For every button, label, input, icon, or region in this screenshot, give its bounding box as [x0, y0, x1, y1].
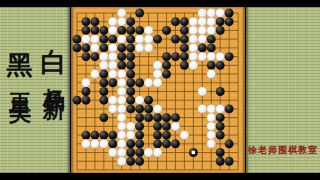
stone-black: [171, 17, 180, 26]
stone-white: [207, 104, 216, 113]
stone-white: [207, 113, 216, 122]
stone-white: [117, 113, 126, 122]
stone-white: [189, 52, 198, 61]
stone-white: [198, 35, 207, 44]
stone-black: [207, 43, 216, 52]
stone-black: [216, 157, 225, 166]
stone-white: [198, 104, 207, 113]
stone-white: [144, 78, 153, 87]
stone-white: [117, 17, 126, 26]
player-info-panel: 黑 白 王星昊 杨鼎新: [0, 7, 70, 173]
stone-black: [82, 131, 91, 140]
stone-black: [135, 139, 144, 148]
stone-white: [135, 96, 144, 105]
stone-black: [171, 113, 180, 122]
stone-black: [73, 43, 82, 52]
stone-white: [207, 122, 216, 131]
stone-black: [108, 35, 117, 44]
stone-white: [117, 96, 126, 105]
stone-black: [126, 70, 135, 79]
stone-white: [117, 78, 126, 87]
stone-white: [198, 26, 207, 35]
stone-black: [90, 17, 99, 26]
stone-white: [108, 61, 117, 70]
stone-white: [90, 35, 99, 44]
stone-black: [82, 52, 91, 61]
stone-white: [99, 52, 108, 61]
stone-black: [162, 122, 171, 131]
stone-black: [225, 9, 234, 18]
stone-white: [216, 9, 225, 18]
stone-white: [82, 78, 91, 87]
stone-white: [117, 157, 126, 166]
caption-panel: 徐老师围棋教室: [246, 7, 320, 173]
stone-black: [180, 26, 189, 35]
stone-black: [162, 139, 171, 148]
stone-black: [126, 43, 135, 52]
stone-black: [90, 131, 99, 140]
stone-white: [144, 148, 153, 157]
stone-black: [216, 113, 225, 122]
stone-black: [135, 122, 144, 131]
stone-black: [135, 104, 144, 113]
stone-white: [117, 87, 126, 96]
stone-white: [108, 70, 117, 79]
stone-black: [162, 113, 171, 122]
stone-black: [162, 52, 171, 61]
stone-black: [82, 43, 91, 52]
stone-white: [216, 52, 225, 61]
stone-white: [117, 139, 126, 148]
stone-black: [225, 52, 234, 61]
stone-white: [90, 139, 99, 148]
stone-white: [135, 43, 144, 52]
stone-white: [108, 17, 117, 26]
stone-black: [153, 113, 162, 122]
stone-white: [108, 43, 117, 52]
stone-black: [126, 139, 135, 148]
stone-black: [126, 26, 135, 35]
stone-black: [216, 26, 225, 35]
content-band: 黑 白 王星昊 杨鼎新: [0, 7, 320, 173]
stone-white: [117, 148, 126, 157]
stone-white: [126, 131, 135, 140]
stone-black: [126, 78, 135, 87]
go-board-grid: [71, 7, 245, 173]
stone-black: [180, 43, 189, 52]
stone-white: [153, 61, 162, 70]
stone-white: [153, 78, 162, 87]
stone-black: [99, 26, 108, 35]
stone-black: [126, 157, 135, 166]
stone-white: [108, 148, 117, 157]
stone-black: [73, 96, 82, 105]
stone-black: [126, 96, 135, 105]
broadcast-still: 黑 白 王星昊 杨鼎新: [0, 0, 320, 180]
stone-black: [198, 43, 207, 52]
stone-black: [162, 26, 171, 35]
stone-black: [216, 131, 225, 140]
stone-black: [135, 148, 144, 157]
stone-black: [99, 70, 108, 79]
stone-black: [117, 26, 126, 35]
stone-white: [108, 52, 117, 61]
stone-black: [153, 35, 162, 44]
stone-white: [189, 17, 198, 26]
stone-black: [117, 52, 126, 61]
stone-black: [99, 78, 108, 87]
stone-black: [162, 61, 171, 70]
stone-black: [99, 35, 108, 44]
stone-black: [180, 35, 189, 44]
stone-black: [225, 17, 234, 26]
stone-black: [108, 131, 117, 140]
stone-black: [180, 61, 189, 70]
stone-black: [90, 52, 99, 61]
black-player-name: 王星昊: [9, 75, 31, 87]
stone-black: [117, 61, 126, 70]
stone-white: [216, 104, 225, 113]
hoshi-point: [210, 90, 212, 92]
stone-white: [117, 70, 126, 79]
stone-white: [153, 104, 162, 113]
stone-white: [99, 139, 108, 148]
stone-white: [117, 9, 126, 18]
stone-black: [171, 139, 180, 148]
stone-white: [153, 148, 162, 157]
stone-white: [144, 43, 153, 52]
stone-black: [126, 148, 135, 157]
stone-black: [144, 113, 153, 122]
stone-black: [171, 35, 180, 44]
stone-white: [144, 26, 153, 35]
stone-white: [207, 139, 216, 148]
stone-black: [144, 104, 153, 113]
stone-white: [117, 131, 126, 140]
stone-black: [153, 122, 162, 131]
stone-black: [216, 17, 225, 26]
stone-black: [108, 139, 117, 148]
stone-black: [126, 52, 135, 61]
stone-black: [99, 43, 108, 52]
stone-white: [198, 17, 207, 26]
stone-white: [189, 43, 198, 52]
stone-black: [216, 87, 225, 96]
stone-black: [216, 148, 225, 157]
stone-black: [82, 96, 91, 105]
stone-white: [198, 9, 207, 18]
stone-white: [108, 26, 117, 35]
stone-white: [198, 52, 207, 61]
stone-black: [225, 139, 234, 148]
stone-black: [135, 9, 144, 18]
stone-white: [99, 61, 108, 70]
stone-white: [207, 9, 216, 18]
stone-white: [108, 96, 117, 105]
stone-white: [108, 104, 117, 113]
stone-black: [180, 17, 189, 26]
stone-black: [216, 122, 225, 131]
stone-black: [135, 113, 144, 122]
stone-white: [207, 17, 216, 26]
stone-black: [82, 87, 91, 96]
stone-white: [207, 26, 216, 35]
stone-white: [207, 52, 216, 61]
caption-text: 徐老师围棋教室: [246, 144, 320, 157]
stone-white: [189, 35, 198, 44]
stone-black: [225, 157, 234, 166]
stone-black: [99, 96, 108, 105]
stone-white: [126, 122, 135, 131]
stone-black: [126, 61, 135, 70]
stone-white: [207, 70, 216, 79]
stone-white: [189, 26, 198, 35]
stone-black: [207, 61, 216, 70]
stone-black: [126, 35, 135, 44]
stone-white: [144, 35, 153, 44]
stone-black: [162, 70, 171, 79]
stone-black: [117, 43, 126, 52]
stone-black: [207, 35, 216, 44]
stone-black: [99, 131, 108, 140]
stone-black: [126, 87, 135, 96]
stone-black: [90, 26, 99, 35]
stone-black: [216, 61, 225, 70]
stone-white: [82, 35, 91, 44]
stone-black: [162, 131, 171, 140]
stone-black: [135, 131, 144, 140]
white-player-name: 杨鼎新: [43, 70, 65, 82]
hoshi-point: [156, 90, 158, 92]
stone-white: [117, 35, 126, 44]
stone-white: [171, 122, 180, 131]
stone-black: [99, 87, 108, 96]
stone-black: [171, 52, 180, 61]
stone-white: [82, 139, 91, 148]
stone-black: [135, 157, 144, 166]
go-board: [71, 7, 245, 173]
stone-black: [144, 96, 153, 105]
stone-black: [135, 78, 144, 87]
stone-black: [82, 17, 91, 26]
stone-black: [108, 78, 117, 87]
stone-white: [198, 87, 207, 96]
stone-black: [126, 17, 135, 26]
last-move-marker: [192, 151, 195, 154]
stone-white: [189, 61, 198, 70]
stone-white: [153, 70, 162, 79]
stone-black: [153, 131, 162, 140]
stone-white: [90, 43, 99, 52]
stone-white: [135, 35, 144, 44]
stone-black: [82, 26, 91, 35]
stone-white: [117, 104, 126, 113]
stone-black: [73, 35, 82, 44]
stone-black: [225, 104, 234, 113]
stone-black: [99, 113, 108, 122]
stone-white: [90, 70, 99, 79]
stone-black: [153, 139, 162, 148]
stone-white: [117, 122, 126, 131]
stone-black: [126, 104, 135, 113]
stone-white: [207, 131, 216, 140]
stone-black: [180, 52, 189, 61]
stone-white: [180, 131, 189, 140]
stone-black: [135, 26, 144, 35]
